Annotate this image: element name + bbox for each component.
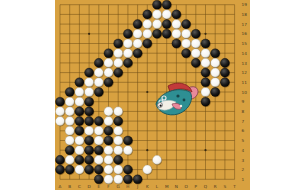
stone-white bbox=[94, 68, 103, 77]
row-label-5: 5 bbox=[242, 138, 245, 143]
stone-white bbox=[182, 39, 191, 48]
col-label-N: N bbox=[175, 184, 178, 189]
stone-black bbox=[75, 78, 84, 87]
stone-white bbox=[65, 155, 74, 164]
stone-white bbox=[162, 10, 171, 19]
stone-black bbox=[133, 175, 142, 184]
stone-black bbox=[85, 155, 94, 164]
stone-black bbox=[65, 165, 74, 174]
stone-black bbox=[211, 49, 220, 58]
stone-white bbox=[104, 107, 113, 116]
stone-black bbox=[152, 0, 161, 9]
stone-white bbox=[65, 117, 74, 126]
stone-white bbox=[104, 155, 113, 164]
row-label-1: 1 bbox=[242, 177, 245, 182]
stone-black bbox=[65, 146, 74, 155]
stone-white bbox=[75, 87, 84, 96]
row-label-17: 17 bbox=[242, 22, 248, 27]
stone-black bbox=[104, 78, 113, 87]
col-label-T: T bbox=[232, 184, 236, 189]
stone-white bbox=[65, 97, 74, 106]
stone-white bbox=[104, 146, 113, 155]
stone-black bbox=[162, 20, 171, 29]
row-label-11: 11 bbox=[242, 80, 248, 85]
stone-white bbox=[114, 58, 123, 67]
stone-white bbox=[114, 107, 123, 116]
col-label-S: S bbox=[224, 184, 227, 189]
stone-black bbox=[114, 68, 123, 77]
stone-black bbox=[201, 78, 210, 87]
stone-black bbox=[133, 49, 142, 58]
col-label-P: P bbox=[195, 184, 198, 189]
stone-black bbox=[94, 165, 103, 174]
stone-black bbox=[94, 146, 103, 155]
stone-black bbox=[162, 0, 171, 9]
row-label-12: 12 bbox=[242, 70, 248, 75]
stone-black bbox=[191, 29, 200, 38]
row-label-4: 4 bbox=[242, 148, 245, 153]
col-label-C: C bbox=[78, 184, 81, 189]
stone-black bbox=[55, 97, 64, 106]
col-label-A: A bbox=[59, 184, 62, 189]
col-label-M: M bbox=[165, 184, 169, 189]
stone-white bbox=[94, 78, 103, 87]
stone-black bbox=[75, 126, 84, 135]
stone-white bbox=[85, 78, 94, 87]
stone-black bbox=[123, 29, 132, 38]
stone-black bbox=[104, 126, 113, 135]
stone-black bbox=[191, 58, 200, 67]
stone-white bbox=[143, 165, 152, 174]
row-label-19: 19 bbox=[242, 2, 248, 7]
stone-black bbox=[94, 87, 103, 96]
row-label-3: 3 bbox=[242, 158, 245, 163]
stone-white bbox=[182, 29, 191, 38]
stone-white bbox=[75, 146, 84, 155]
stone-white bbox=[172, 29, 181, 38]
stone-black bbox=[114, 155, 123, 164]
stone-black bbox=[172, 39, 181, 48]
col-label-L: L bbox=[156, 184, 159, 189]
row-label-7: 7 bbox=[242, 119, 245, 124]
col-label-K: K bbox=[146, 184, 149, 189]
row-label-13: 13 bbox=[242, 61, 248, 66]
stone-white bbox=[104, 175, 113, 184]
stone-black bbox=[55, 165, 64, 174]
stone-black bbox=[85, 97, 94, 106]
stone-white bbox=[152, 155, 161, 164]
stone-black bbox=[85, 117, 94, 126]
stone-black bbox=[172, 10, 181, 19]
col-label-O: O bbox=[184, 184, 188, 189]
stone-black bbox=[85, 165, 94, 174]
row-label-10: 10 bbox=[242, 90, 248, 95]
row-label-18: 18 bbox=[242, 12, 248, 17]
stone-white bbox=[114, 175, 123, 184]
row-label-15: 15 bbox=[242, 41, 248, 46]
stone-white bbox=[152, 10, 161, 19]
stone-white bbox=[211, 58, 220, 67]
stone-black bbox=[104, 136, 113, 145]
col-label-R: R bbox=[214, 184, 217, 189]
stone-white bbox=[75, 165, 84, 174]
stone-black bbox=[123, 58, 132, 67]
stone-white bbox=[75, 97, 84, 106]
row-label-8: 8 bbox=[242, 109, 245, 114]
stone-white bbox=[152, 20, 161, 29]
stone-white bbox=[143, 29, 152, 38]
stone-black bbox=[133, 20, 142, 29]
stone-white bbox=[85, 126, 94, 135]
stone-white bbox=[94, 126, 103, 135]
row-label-14: 14 bbox=[242, 51, 248, 56]
stone-white bbox=[211, 68, 220, 77]
stone-white bbox=[104, 68, 113, 77]
stone-black bbox=[94, 117, 103, 126]
stone-black bbox=[94, 175, 103, 184]
stone-black bbox=[85, 146, 94, 155]
stone-black bbox=[182, 20, 191, 29]
stone-white bbox=[123, 49, 132, 58]
row-label-2: 2 bbox=[242, 167, 245, 172]
col-label-D: D bbox=[87, 184, 90, 189]
stone-white bbox=[104, 165, 113, 174]
stone-black bbox=[123, 175, 132, 184]
stone-white bbox=[55, 117, 64, 126]
row-label-6: 6 bbox=[242, 128, 245, 133]
col-label-Q: Q bbox=[204, 184, 208, 189]
stone-black bbox=[123, 136, 132, 145]
stone-black bbox=[201, 68, 210, 77]
stone-white bbox=[123, 146, 132, 155]
stone-white bbox=[201, 87, 210, 96]
stone-black bbox=[143, 10, 152, 19]
stone-white bbox=[94, 155, 103, 164]
stone-white bbox=[65, 107, 74, 116]
stone-black bbox=[65, 87, 74, 96]
stone-black bbox=[152, 29, 161, 38]
col-label-B: B bbox=[68, 184, 71, 189]
stone-black bbox=[123, 165, 132, 174]
stone-black bbox=[220, 58, 229, 67]
stone-black bbox=[114, 117, 123, 126]
stone-black bbox=[55, 155, 64, 164]
stone-white bbox=[114, 126, 123, 135]
stone-white bbox=[201, 49, 210, 58]
row-label-16: 16 bbox=[242, 31, 248, 36]
stone-black bbox=[182, 49, 191, 58]
stone-white bbox=[172, 20, 181, 29]
stone-black bbox=[94, 58, 103, 67]
go-board-svg[interactable]: ABCDEFGHJKLMNOPQRST191817161514131211109… bbox=[55, 0, 250, 190]
stone-black bbox=[85, 68, 94, 77]
stone-white bbox=[104, 58, 113, 67]
stone-white bbox=[191, 49, 200, 58]
stones-layer bbox=[55, 0, 230, 184]
stone-white bbox=[201, 58, 210, 67]
stone-white bbox=[133, 29, 142, 38]
stone-black bbox=[162, 29, 171, 38]
stone-black bbox=[220, 78, 229, 87]
stone-white bbox=[123, 39, 132, 48]
stone-white bbox=[55, 107, 64, 116]
stone-black bbox=[85, 136, 94, 145]
stone-white bbox=[65, 126, 74, 135]
stone-black bbox=[75, 155, 84, 164]
stone-black bbox=[85, 107, 94, 116]
stone-black bbox=[75, 107, 84, 116]
stone-white bbox=[133, 39, 142, 48]
stone-white bbox=[94, 136, 103, 145]
row-label-9: 9 bbox=[242, 99, 245, 104]
stone-black bbox=[104, 49, 113, 58]
stone-white bbox=[191, 39, 200, 48]
screenshot-root: ABCDEFGHJKLMNOPQRST191817161514131211109… bbox=[0, 0, 304, 190]
stone-white bbox=[143, 20, 152, 29]
stone-white bbox=[104, 117, 113, 126]
stone-black bbox=[143, 39, 152, 48]
stone-black bbox=[220, 68, 229, 77]
stone-white bbox=[114, 165, 123, 174]
stone-white bbox=[211, 78, 220, 87]
stone-white bbox=[114, 49, 123, 58]
stone-black bbox=[211, 87, 220, 96]
stone-black bbox=[201, 39, 210, 48]
stone-black bbox=[201, 97, 210, 106]
go-board[interactable]: ABCDEFGHJKLMNOPQRST191817161514131211109… bbox=[55, 0, 250, 190]
stone-white bbox=[85, 87, 94, 96]
stone-white bbox=[65, 136, 74, 145]
stone-white bbox=[75, 136, 84, 145]
stone-white bbox=[114, 136, 123, 145]
stone-black bbox=[114, 39, 123, 48]
stone-black bbox=[75, 117, 84, 126]
stone-white bbox=[114, 146, 123, 155]
